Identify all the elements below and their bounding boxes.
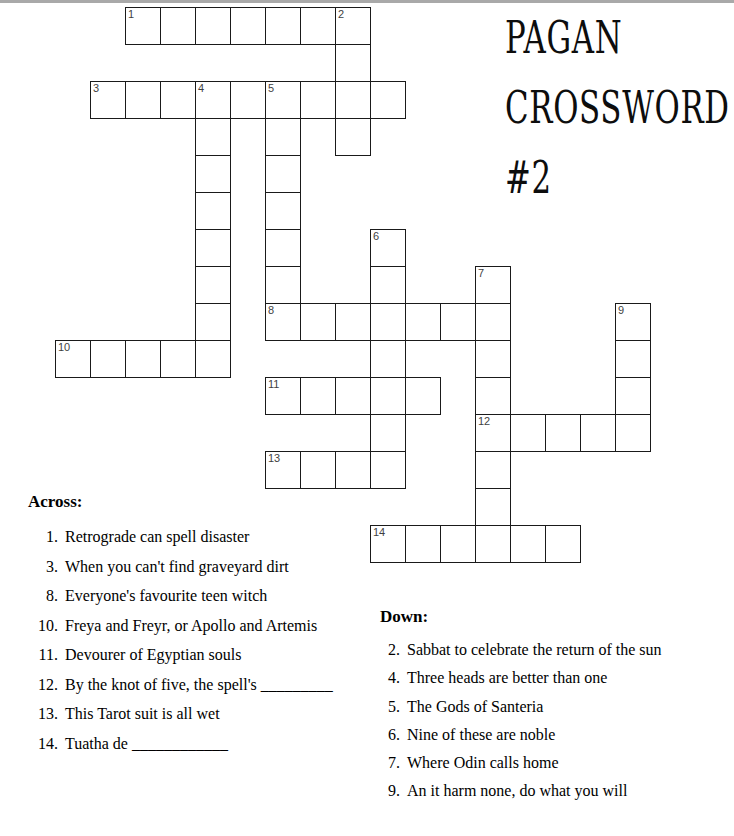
puzzle-title-line-3: #2: [505, 143, 730, 213]
cell-number-9: 9: [618, 305, 624, 316]
across-clue-3: 3.When you can't find graveyard dirt: [0, 552, 333, 582]
grid-cell-r14c12[interactable]: [475, 525, 511, 563]
grid-cell-r11c15[interactable]: [580, 414, 616, 452]
cell-number-6: 6: [373, 231, 379, 242]
grid-cell-r14c9[interactable]: 14: [370, 525, 406, 563]
down-clue-4: 4.Three heads are better than one: [342, 664, 662, 692]
cell-number-11: 11: [268, 379, 279, 390]
across-clue-10: 10.Freya and Freyr, or Apollo and Artemi…: [0, 611, 333, 641]
grid-cell-r7c9[interactable]: [370, 266, 406, 304]
grid-cell-r10c9[interactable]: [370, 377, 406, 415]
grid-cell-r10c12[interactable]: [475, 377, 511, 415]
grid-cell-r2c7[interactable]: [300, 81, 336, 119]
grid-cell-r0c3[interactable]: [160, 7, 196, 45]
grid-cell-r2c1[interactable]: 3: [90, 81, 126, 119]
clue-number: 10.: [0, 611, 58, 641]
cell-number-14: 14: [373, 527, 385, 538]
clue-text: By the knot of five, the spell's _______…: [65, 676, 333, 693]
grid-cell-r2c6[interactable]: 5: [265, 81, 301, 119]
grid-cell-r11c12[interactable]: 12: [475, 414, 511, 452]
crossword-worksheet-page: 1234567891011121314 PAGAN CROSSWORD #2 A…: [0, 0, 734, 836]
grid-cell-r5c4[interactable]: [195, 192, 231, 230]
grid-cell-r2c5[interactable]: [230, 81, 266, 119]
clue-text: Retrograde can spell disaster: [65, 528, 249, 545]
clue-number: 5.: [342, 693, 400, 721]
grid-cell-r8c6[interactable]: 8: [265, 303, 301, 341]
clue-text: Where Odin calls home: [407, 754, 559, 771]
grid-cell-r0c6[interactable]: [265, 7, 301, 45]
grid-cell-r8c7[interactable]: [300, 303, 336, 341]
grid-cell-r9c1[interactable]: [90, 340, 126, 378]
down-clue-9: 9.An it harm none, do what you will: [342, 777, 662, 805]
grid-cell-r9c2[interactable]: [125, 340, 161, 378]
grid-cell-r11c13[interactable]: [510, 414, 546, 452]
grid-cell-r8c16[interactable]: 9: [615, 303, 651, 341]
clue-number: 12.: [0, 670, 58, 700]
puzzle-title-line-2: CROSSWORD: [505, 73, 730, 143]
grid-cell-r3c8[interactable]: [335, 118, 371, 156]
grid-cell-r14c13[interactable]: [510, 525, 546, 563]
grid-cell-r0c2[interactable]: 1: [125, 7, 161, 45]
cell-number-3: 3: [93, 83, 99, 94]
grid-cell-r6c4[interactable]: [195, 229, 231, 267]
grid-cell-r5c6[interactable]: [265, 192, 301, 230]
grid-cell-r10c6[interactable]: 11: [265, 377, 301, 415]
grid-cell-r8c12[interactable]: [475, 303, 511, 341]
grid-cell-r0c4[interactable]: [195, 7, 231, 45]
clue-number: 7.: [342, 749, 400, 777]
clue-number: 6.: [342, 721, 400, 749]
grid-cell-r12c8[interactable]: [335, 451, 371, 489]
grid-cell-r9c4[interactable]: [195, 340, 231, 378]
clue-text: This Tarot suit is all wet: [65, 705, 220, 722]
clue-text: The Gods of Santeria: [407, 698, 543, 715]
clue-text: Three heads are better than one: [407, 669, 607, 686]
clue-number: 14.: [0, 729, 58, 759]
grid-cell-r8c8[interactable]: [335, 303, 371, 341]
across-clues-header: Across:: [28, 492, 82, 512]
cell-number-13: 13: [268, 453, 280, 464]
clue-number: 9.: [342, 777, 400, 805]
grid-cell-r7c6[interactable]: [265, 266, 301, 304]
grid-cell-r3c4[interactable]: [195, 118, 231, 156]
clue-text: Sabbat to celebrate the return of the su…: [407, 641, 662, 658]
grid-cell-r8c9[interactable]: [370, 303, 406, 341]
across-clue-12: 12.By the knot of five, the spell's ____…: [0, 670, 333, 700]
across-clue-14: 14.Tuatha de ____________: [0, 729, 333, 759]
grid-cell-r11c14[interactable]: [545, 414, 581, 452]
grid-cell-r1c8[interactable]: [335, 44, 371, 82]
clue-number: 2.: [342, 636, 400, 664]
grid-cell-r10c8[interactable]: [335, 377, 371, 415]
grid-cell-r0c8[interactable]: 2: [335, 7, 371, 45]
grid-cell-r11c16[interactable]: [615, 414, 651, 452]
down-clue-2: 2.Sabbat to celebrate the return of the …: [342, 636, 662, 664]
cell-number-1: 1: [128, 9, 134, 20]
puzzle-title: PAGAN CROSSWORD #2: [505, 3, 730, 213]
across-clue-1: 1.Retrograde can spell disaster: [0, 522, 333, 552]
grid-cell-r9c12[interactable]: [475, 340, 511, 378]
clue-text: Freya and Freyr, or Apollo and Artemis: [65, 617, 317, 634]
grid-cell-r7c4[interactable]: [195, 266, 231, 304]
grid-cell-r2c8[interactable]: [335, 81, 371, 119]
across-clue-11: 11.Devourer of Egyptian souls: [0, 640, 333, 670]
clue-number: 11.: [0, 640, 58, 670]
clue-number: 1.: [0, 522, 58, 552]
grid-cell-r0c5[interactable]: [230, 7, 266, 45]
grid-cell-r2c9[interactable]: [370, 81, 406, 119]
grid-cell-r11c9[interactable]: [370, 414, 406, 452]
clue-text: When you can't find graveyard dirt: [65, 558, 289, 575]
cell-number-2: 2: [338, 9, 344, 20]
grid-cell-r9c0[interactable]: 10: [55, 340, 91, 378]
cell-number-7: 7: [478, 268, 484, 279]
grid-cell-r12c9[interactable]: [370, 451, 406, 489]
down-clue-6: 6.Nine of these are noble: [342, 721, 662, 749]
cell-number-10: 10: [58, 342, 70, 353]
grid-cell-r8c11[interactable]: [440, 303, 476, 341]
clue-text: An it harm none, do what you will: [407, 782, 627, 799]
grid-cell-r2c3[interactable]: [160, 81, 196, 119]
clue-text: Everyone's favourite teen witch: [65, 587, 267, 604]
grid-cell-r8c4[interactable]: [195, 303, 231, 341]
grid-cell-r7c12[interactable]: 7: [475, 266, 511, 304]
clue-text: Tuatha de ____________: [65, 735, 228, 752]
grid-cell-r12c7[interactable]: [300, 451, 336, 489]
cell-number-5: 5: [268, 83, 274, 94]
grid-cell-r9c16[interactable]: [615, 340, 651, 378]
grid-cell-r10c16[interactable]: [615, 377, 651, 415]
clue-number: 4.: [342, 664, 400, 692]
grid-cell-r0c7[interactable]: [300, 7, 336, 45]
grid-cell-r9c9[interactable]: [370, 340, 406, 378]
grid-cell-r2c2[interactable]: [125, 81, 161, 119]
grid-cell-r13c12[interactable]: [475, 488, 511, 526]
grid-cell-r4c6[interactable]: [265, 155, 301, 193]
cell-number-8: 8: [268, 305, 274, 316]
clue-number: 3.: [0, 552, 58, 582]
grid-cell-r12c6[interactable]: 13: [265, 451, 301, 489]
grid-cell-r14c11[interactable]: [440, 525, 476, 563]
cell-number-4: 4: [198, 83, 204, 94]
grid-cell-r14c10[interactable]: [405, 525, 441, 563]
grid-cell-r14c14[interactable]: [545, 525, 581, 563]
down-clue-5: 5.The Gods of Santeria: [342, 693, 662, 721]
across-clue-list: 1.Retrograde can spell disaster3.When yo…: [0, 522, 333, 758]
puzzle-title-line-1: PAGAN: [505, 3, 730, 73]
down-clue-list: 2.Sabbat to celebrate the return of the …: [342, 636, 662, 806]
grid-cell-r6c6[interactable]: [265, 229, 301, 267]
clue-number: 8.: [0, 581, 58, 611]
grid-cell-r10c7[interactable]: [300, 377, 336, 415]
clue-number: 13.: [0, 699, 58, 729]
grid-cell-r12c12[interactable]: [475, 451, 511, 489]
cell-number-12: 12: [478, 416, 490, 427]
down-clue-7: 7.Where Odin calls home: [342, 749, 662, 777]
clue-text: Devourer of Egyptian souls: [65, 646, 241, 663]
grid-cell-r4c4[interactable]: [195, 155, 231, 193]
grid-cell-r10c10[interactable]: [405, 377, 441, 415]
grid-cell-r3c6[interactable]: [265, 118, 301, 156]
clue-text: Nine of these are noble: [407, 726, 555, 743]
grid-cell-r8c10[interactable]: [405, 303, 441, 341]
grid-cell-r2c4[interactable]: 4: [195, 81, 231, 119]
down-clues-header: Down:: [380, 607, 428, 627]
grid-cell-r6c9[interactable]: 6: [370, 229, 406, 267]
across-clue-8: 8.Everyone's favourite teen witch: [0, 581, 333, 611]
grid-cell-r9c3[interactable]: [160, 340, 196, 378]
across-clue-13: 13.This Tarot suit is all wet: [0, 699, 333, 729]
